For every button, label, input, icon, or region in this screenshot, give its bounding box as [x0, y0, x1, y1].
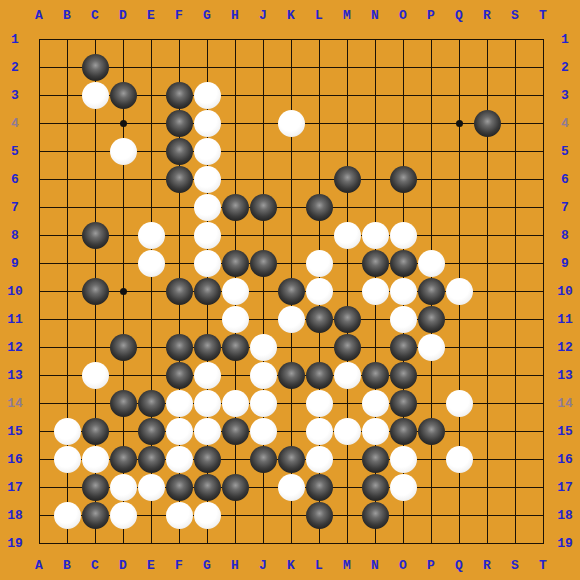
intersection-C11[interactable] — [81, 305, 109, 333]
intersection-K14[interactable] — [277, 389, 305, 417]
intersection-S6[interactable] — [501, 165, 529, 193]
intersection-N3[interactable] — [361, 81, 389, 109]
intersection-T2[interactable] — [529, 53, 557, 81]
intersection-J11[interactable] — [249, 305, 277, 333]
intersection-Q9[interactable] — [445, 249, 473, 277]
intersection-S12[interactable] — [501, 333, 529, 361]
intersection-T16[interactable] — [529, 445, 557, 473]
intersection-A12[interactable] — [25, 333, 53, 361]
intersection-Q12[interactable] — [445, 333, 473, 361]
intersection-S19[interactable] — [501, 529, 529, 557]
intersection-A2[interactable] — [25, 53, 53, 81]
intersection-N11[interactable] — [361, 305, 389, 333]
intersection-J10[interactable] — [249, 277, 277, 305]
intersection-K19[interactable] — [277, 529, 305, 557]
intersection-A6[interactable] — [25, 165, 53, 193]
intersection-C6[interactable] — [81, 165, 109, 193]
intersection-F2[interactable] — [165, 53, 193, 81]
intersection-O11[interactable] — [389, 305, 417, 333]
intersection-K5[interactable] — [277, 137, 305, 165]
intersection-D8[interactable] — [109, 221, 137, 249]
intersection-D18[interactable] — [109, 501, 137, 529]
intersection-B16[interactable] — [53, 445, 81, 473]
intersection-L12[interactable] — [305, 333, 333, 361]
intersection-P1[interactable] — [417, 25, 445, 53]
intersection-H19[interactable] — [221, 529, 249, 557]
intersection-C13[interactable] — [81, 361, 109, 389]
intersection-A9[interactable] — [25, 249, 53, 277]
intersection-K3[interactable] — [277, 81, 305, 109]
intersection-P18[interactable] — [417, 501, 445, 529]
intersection-T19[interactable] — [529, 529, 557, 557]
intersection-M8[interactable] — [333, 221, 361, 249]
intersection-P16[interactable] — [417, 445, 445, 473]
intersection-B2[interactable] — [53, 53, 81, 81]
intersection-O1[interactable] — [389, 25, 417, 53]
intersection-G10[interactable] — [193, 277, 221, 305]
intersection-O3[interactable] — [389, 81, 417, 109]
intersection-E12[interactable] — [137, 333, 165, 361]
intersection-O2[interactable] — [389, 53, 417, 81]
intersection-S15[interactable] — [501, 417, 529, 445]
intersection-H9[interactable] — [221, 249, 249, 277]
intersection-E19[interactable] — [137, 529, 165, 557]
intersection-L10[interactable] — [305, 277, 333, 305]
intersection-E15[interactable] — [137, 417, 165, 445]
intersection-C10[interactable] — [81, 277, 109, 305]
intersection-G15[interactable] — [193, 417, 221, 445]
intersection-P5[interactable] — [417, 137, 445, 165]
intersection-K13[interactable] — [277, 361, 305, 389]
intersection-F16[interactable] — [165, 445, 193, 473]
intersection-L15[interactable] — [305, 417, 333, 445]
intersection-B14[interactable] — [53, 389, 81, 417]
intersection-O4[interactable] — [389, 109, 417, 137]
intersection-S5[interactable] — [501, 137, 529, 165]
intersection-R15[interactable] — [473, 417, 501, 445]
intersection-N6[interactable] — [361, 165, 389, 193]
intersection-C7[interactable] — [81, 193, 109, 221]
intersection-L17[interactable] — [305, 473, 333, 501]
intersection-O10[interactable] — [389, 277, 417, 305]
intersection-Q4[interactable] — [445, 109, 473, 137]
intersection-A11[interactable] — [25, 305, 53, 333]
intersection-M14[interactable] — [333, 389, 361, 417]
intersection-R11[interactable] — [473, 305, 501, 333]
intersection-D11[interactable] — [109, 305, 137, 333]
intersection-D5[interactable] — [109, 137, 137, 165]
intersection-S9[interactable] — [501, 249, 529, 277]
intersection-H14[interactable] — [221, 389, 249, 417]
intersection-P3[interactable] — [417, 81, 445, 109]
intersection-E2[interactable] — [137, 53, 165, 81]
intersection-Q16[interactable] — [445, 445, 473, 473]
intersection-L3[interactable] — [305, 81, 333, 109]
intersection-C12[interactable] — [81, 333, 109, 361]
intersection-B9[interactable] — [53, 249, 81, 277]
intersection-R14[interactable] — [473, 389, 501, 417]
intersection-F13[interactable] — [165, 361, 193, 389]
intersection-O5[interactable] — [389, 137, 417, 165]
intersection-E8[interactable] — [137, 221, 165, 249]
intersection-B4[interactable] — [53, 109, 81, 137]
intersection-C15[interactable] — [81, 417, 109, 445]
intersection-A3[interactable] — [25, 81, 53, 109]
intersection-D19[interactable] — [109, 529, 137, 557]
intersection-L14[interactable] — [305, 389, 333, 417]
intersection-R3[interactable] — [473, 81, 501, 109]
intersection-D15[interactable] — [109, 417, 137, 445]
intersection-K4[interactable] — [277, 109, 305, 137]
intersection-O6[interactable] — [389, 165, 417, 193]
intersection-J17[interactable] — [249, 473, 277, 501]
intersection-A7[interactable] — [25, 193, 53, 221]
intersection-J6[interactable] — [249, 165, 277, 193]
intersection-B17[interactable] — [53, 473, 81, 501]
intersection-O15[interactable] — [389, 417, 417, 445]
intersection-J3[interactable] — [249, 81, 277, 109]
intersection-T4[interactable] — [529, 109, 557, 137]
intersection-K2[interactable] — [277, 53, 305, 81]
intersection-H4[interactable] — [221, 109, 249, 137]
intersection-E17[interactable] — [137, 473, 165, 501]
intersection-P8[interactable] — [417, 221, 445, 249]
intersection-T18[interactable] — [529, 501, 557, 529]
intersection-F9[interactable] — [165, 249, 193, 277]
intersection-B8[interactable] — [53, 221, 81, 249]
intersection-A16[interactable] — [25, 445, 53, 473]
intersection-J19[interactable] — [249, 529, 277, 557]
intersection-F3[interactable] — [165, 81, 193, 109]
intersection-T6[interactable] — [529, 165, 557, 193]
intersection-H15[interactable] — [221, 417, 249, 445]
intersection-T5[interactable] — [529, 137, 557, 165]
intersection-E1[interactable] — [137, 25, 165, 53]
intersection-T13[interactable] — [529, 361, 557, 389]
intersection-R1[interactable] — [473, 25, 501, 53]
intersection-L16[interactable] — [305, 445, 333, 473]
intersection-K7[interactable] — [277, 193, 305, 221]
intersection-M1[interactable] — [333, 25, 361, 53]
intersection-J12[interactable] — [249, 333, 277, 361]
intersection-A8[interactable] — [25, 221, 53, 249]
intersection-B7[interactable] — [53, 193, 81, 221]
intersection-O14[interactable] — [389, 389, 417, 417]
intersection-M6[interactable] — [333, 165, 361, 193]
intersection-P12[interactable] — [417, 333, 445, 361]
intersection-E3[interactable] — [137, 81, 165, 109]
intersection-K6[interactable] — [277, 165, 305, 193]
intersection-R18[interactable] — [473, 501, 501, 529]
intersection-E18[interactable] — [137, 501, 165, 529]
intersection-T15[interactable] — [529, 417, 557, 445]
intersection-Q1[interactable] — [445, 25, 473, 53]
intersection-F4[interactable] — [165, 109, 193, 137]
intersection-Q11[interactable] — [445, 305, 473, 333]
intersection-R10[interactable] — [473, 277, 501, 305]
intersection-L6[interactable] — [305, 165, 333, 193]
intersection-N8[interactable] — [361, 221, 389, 249]
intersection-L5[interactable] — [305, 137, 333, 165]
intersection-G16[interactable] — [193, 445, 221, 473]
intersection-K10[interactable] — [277, 277, 305, 305]
intersection-R16[interactable] — [473, 445, 501, 473]
intersection-E11[interactable] — [137, 305, 165, 333]
intersection-F18[interactable] — [165, 501, 193, 529]
intersection-C8[interactable] — [81, 221, 109, 249]
intersection-T12[interactable] — [529, 333, 557, 361]
intersection-M15[interactable] — [333, 417, 361, 445]
intersection-J16[interactable] — [249, 445, 277, 473]
intersection-T1[interactable] — [529, 25, 557, 53]
intersection-G1[interactable] — [193, 25, 221, 53]
intersection-P17[interactable] — [417, 473, 445, 501]
intersection-T9[interactable] — [529, 249, 557, 277]
intersection-E7[interactable] — [137, 193, 165, 221]
intersection-C3[interactable] — [81, 81, 109, 109]
intersection-T11[interactable] — [529, 305, 557, 333]
intersection-T3[interactable] — [529, 81, 557, 109]
intersection-D1[interactable] — [109, 25, 137, 53]
intersection-M4[interactable] — [333, 109, 361, 137]
intersection-S13[interactable] — [501, 361, 529, 389]
intersection-M5[interactable] — [333, 137, 361, 165]
intersection-N5[interactable] — [361, 137, 389, 165]
intersection-M12[interactable] — [333, 333, 361, 361]
intersection-D7[interactable] — [109, 193, 137, 221]
intersection-Q7[interactable] — [445, 193, 473, 221]
intersection-J14[interactable] — [249, 389, 277, 417]
intersection-P2[interactable] — [417, 53, 445, 81]
intersection-Q6[interactable] — [445, 165, 473, 193]
intersection-H16[interactable] — [221, 445, 249, 473]
intersection-T17[interactable] — [529, 473, 557, 501]
intersection-F10[interactable] — [165, 277, 193, 305]
intersection-R19[interactable] — [473, 529, 501, 557]
intersection-H5[interactable] — [221, 137, 249, 165]
intersection-H17[interactable] — [221, 473, 249, 501]
intersection-O12[interactable] — [389, 333, 417, 361]
intersection-P15[interactable] — [417, 417, 445, 445]
intersection-M13[interactable] — [333, 361, 361, 389]
intersection-K16[interactable] — [277, 445, 305, 473]
intersection-H12[interactable] — [221, 333, 249, 361]
intersection-C1[interactable] — [81, 25, 109, 53]
intersection-N12[interactable] — [361, 333, 389, 361]
intersection-S3[interactable] — [501, 81, 529, 109]
intersection-G14[interactable] — [193, 389, 221, 417]
intersection-A10[interactable] — [25, 277, 53, 305]
intersection-Q8[interactable] — [445, 221, 473, 249]
intersection-F19[interactable] — [165, 529, 193, 557]
intersection-C4[interactable] — [81, 109, 109, 137]
intersection-N9[interactable] — [361, 249, 389, 277]
intersection-R9[interactable] — [473, 249, 501, 277]
intersection-Q10[interactable] — [445, 277, 473, 305]
intersection-O13[interactable] — [389, 361, 417, 389]
intersection-E10[interactable] — [137, 277, 165, 305]
intersection-D3[interactable] — [109, 81, 137, 109]
intersection-J18[interactable] — [249, 501, 277, 529]
intersection-J5[interactable] — [249, 137, 277, 165]
intersection-H18[interactable] — [221, 501, 249, 529]
intersection-P6[interactable] — [417, 165, 445, 193]
intersection-B3[interactable] — [53, 81, 81, 109]
intersection-F5[interactable] — [165, 137, 193, 165]
intersection-K12[interactable] — [277, 333, 305, 361]
intersection-T8[interactable] — [529, 221, 557, 249]
intersection-M19[interactable] — [333, 529, 361, 557]
intersection-L8[interactable] — [305, 221, 333, 249]
intersection-N14[interactable] — [361, 389, 389, 417]
intersection-P11[interactable] — [417, 305, 445, 333]
intersection-J9[interactable] — [249, 249, 277, 277]
intersection-N1[interactable] — [361, 25, 389, 53]
intersection-D4[interactable] — [109, 109, 137, 137]
intersection-M17[interactable] — [333, 473, 361, 501]
intersection-C17[interactable] — [81, 473, 109, 501]
intersection-J7[interactable] — [249, 193, 277, 221]
intersection-B18[interactable] — [53, 501, 81, 529]
intersection-C9[interactable] — [81, 249, 109, 277]
intersection-D6[interactable] — [109, 165, 137, 193]
intersection-T14[interactable] — [529, 389, 557, 417]
intersection-F8[interactable] — [165, 221, 193, 249]
intersection-M9[interactable] — [333, 249, 361, 277]
intersection-S17[interactable] — [501, 473, 529, 501]
intersection-K9[interactable] — [277, 249, 305, 277]
intersection-B15[interactable] — [53, 417, 81, 445]
intersection-M18[interactable] — [333, 501, 361, 529]
intersection-D10[interactable] — [109, 277, 137, 305]
intersection-K18[interactable] — [277, 501, 305, 529]
intersection-A18[interactable] — [25, 501, 53, 529]
intersection-H1[interactable] — [221, 25, 249, 53]
intersection-D9[interactable] — [109, 249, 137, 277]
intersection-G9[interactable] — [193, 249, 221, 277]
intersection-H11[interactable] — [221, 305, 249, 333]
intersection-P14[interactable] — [417, 389, 445, 417]
intersection-L4[interactable] — [305, 109, 333, 137]
intersection-R13[interactable] — [473, 361, 501, 389]
intersection-H8[interactable] — [221, 221, 249, 249]
intersection-A13[interactable] — [25, 361, 53, 389]
intersection-B10[interactable] — [53, 277, 81, 305]
intersection-H13[interactable] — [221, 361, 249, 389]
intersection-P19[interactable] — [417, 529, 445, 557]
intersection-N18[interactable] — [361, 501, 389, 529]
intersection-A1[interactable] — [25, 25, 53, 53]
intersection-Q3[interactable] — [445, 81, 473, 109]
intersection-P4[interactable] — [417, 109, 445, 137]
intersection-K17[interactable] — [277, 473, 305, 501]
intersection-Q17[interactable] — [445, 473, 473, 501]
intersection-C18[interactable] — [81, 501, 109, 529]
intersection-G6[interactable] — [193, 165, 221, 193]
intersection-G2[interactable] — [193, 53, 221, 81]
intersection-G7[interactable] — [193, 193, 221, 221]
intersection-H7[interactable] — [221, 193, 249, 221]
intersection-N13[interactable] — [361, 361, 389, 389]
intersection-B13[interactable] — [53, 361, 81, 389]
intersection-Q13[interactable] — [445, 361, 473, 389]
intersection-T10[interactable] — [529, 277, 557, 305]
intersection-R8[interactable] — [473, 221, 501, 249]
intersection-D13[interactable] — [109, 361, 137, 389]
intersection-O18[interactable] — [389, 501, 417, 529]
intersection-L7[interactable] — [305, 193, 333, 221]
intersection-N2[interactable] — [361, 53, 389, 81]
intersection-E6[interactable] — [137, 165, 165, 193]
intersection-F12[interactable] — [165, 333, 193, 361]
intersection-H3[interactable] — [221, 81, 249, 109]
intersection-S4[interactable] — [501, 109, 529, 137]
intersection-D2[interactable] — [109, 53, 137, 81]
intersection-O8[interactable] — [389, 221, 417, 249]
intersection-L9[interactable] — [305, 249, 333, 277]
intersection-Q2[interactable] — [445, 53, 473, 81]
intersection-R6[interactable] — [473, 165, 501, 193]
intersection-N17[interactable] — [361, 473, 389, 501]
intersection-G13[interactable] — [193, 361, 221, 389]
intersection-G4[interactable] — [193, 109, 221, 137]
intersection-F17[interactable] — [165, 473, 193, 501]
intersection-G8[interactable] — [193, 221, 221, 249]
intersection-J2[interactable] — [249, 53, 277, 81]
intersection-A19[interactable] — [25, 529, 53, 557]
intersection-N19[interactable] — [361, 529, 389, 557]
intersection-Q14[interactable] — [445, 389, 473, 417]
intersection-F1[interactable] — [165, 25, 193, 53]
intersection-S1[interactable] — [501, 25, 529, 53]
intersection-R12[interactable] — [473, 333, 501, 361]
intersection-G11[interactable] — [193, 305, 221, 333]
intersection-E9[interactable] — [137, 249, 165, 277]
intersection-S8[interactable] — [501, 221, 529, 249]
intersection-C2[interactable] — [81, 53, 109, 81]
intersection-M16[interactable] — [333, 445, 361, 473]
intersection-L1[interactable] — [305, 25, 333, 53]
intersection-N10[interactable] — [361, 277, 389, 305]
intersection-T7[interactable] — [529, 193, 557, 221]
intersection-B12[interactable] — [53, 333, 81, 361]
intersection-B6[interactable] — [53, 165, 81, 193]
intersection-S11[interactable] — [501, 305, 529, 333]
intersection-Q5[interactable] — [445, 137, 473, 165]
intersection-A14[interactable] — [25, 389, 53, 417]
intersection-K1[interactable] — [277, 25, 305, 53]
intersection-P9[interactable] — [417, 249, 445, 277]
intersection-P13[interactable] — [417, 361, 445, 389]
intersection-H6[interactable] — [221, 165, 249, 193]
intersection-G5[interactable] — [193, 137, 221, 165]
intersection-G3[interactable] — [193, 81, 221, 109]
intersection-N4[interactable] — [361, 109, 389, 137]
intersection-R5[interactable] — [473, 137, 501, 165]
intersection-S16[interactable] — [501, 445, 529, 473]
intersection-S2[interactable] — [501, 53, 529, 81]
intersection-M3[interactable] — [333, 81, 361, 109]
intersection-H10[interactable] — [221, 277, 249, 305]
intersection-P7[interactable] — [417, 193, 445, 221]
intersection-L11[interactable] — [305, 305, 333, 333]
intersection-D16[interactable] — [109, 445, 137, 473]
intersection-O9[interactable] — [389, 249, 417, 277]
intersection-C5[interactable] — [81, 137, 109, 165]
intersection-R17[interactable] — [473, 473, 501, 501]
intersection-C19[interactable] — [81, 529, 109, 557]
intersection-F15[interactable] — [165, 417, 193, 445]
